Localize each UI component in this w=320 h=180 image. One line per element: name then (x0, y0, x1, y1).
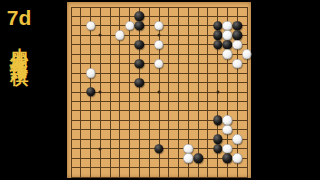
caption-rank: 7d (7, 5, 32, 31)
white-stone (233, 153, 242, 162)
white-stone (223, 50, 232, 59)
star-point (99, 147, 102, 150)
grid-line-horizontal (71, 158, 248, 159)
white-stone (115, 31, 124, 40)
black-stone (213, 144, 222, 153)
black-stone (233, 31, 242, 40)
black-stone (193, 153, 202, 162)
white-stone (86, 21, 95, 30)
white-stone (223, 21, 232, 30)
white-stone (125, 21, 134, 30)
go-board (67, 2, 251, 178)
grid-line-horizontal (71, 177, 248, 178)
white-stone (223, 125, 232, 134)
caption-text: 小朋友指导棋 (7, 33, 31, 57)
black-stone (154, 144, 163, 153)
black-stone (86, 87, 95, 96)
black-stone (213, 21, 222, 30)
grid-line-vertical (198, 7, 199, 178)
star-point (216, 91, 219, 94)
white-stone (233, 135, 242, 144)
black-stone (135, 12, 144, 21)
black-stone (223, 40, 232, 49)
grid-line-vertical (207, 7, 208, 178)
grid-line-horizontal (71, 167, 248, 168)
white-stone (154, 21, 163, 30)
grid-line-vertical (247, 7, 248, 178)
black-stone (213, 40, 222, 49)
white-stone (223, 144, 232, 153)
black-stone (223, 153, 232, 162)
white-stone (233, 59, 242, 68)
black-stone (135, 21, 144, 30)
black-stone (135, 40, 144, 49)
white-stone (242, 50, 251, 59)
white-stone (184, 144, 193, 153)
grid-line-horizontal (71, 110, 248, 111)
black-stone (135, 78, 144, 87)
black-stone (213, 31, 222, 40)
star-point (99, 91, 102, 94)
white-stone (154, 40, 163, 49)
white-stone (223, 31, 232, 40)
star-point (158, 91, 161, 94)
white-stone (86, 68, 95, 77)
black-stone (135, 59, 144, 68)
white-stone (233, 40, 242, 49)
black-stone (213, 135, 222, 144)
black-stone (213, 116, 222, 125)
star-point (158, 34, 161, 37)
caption: 7d 小朋友指导棋 (5, 5, 33, 57)
thumbnail: 7d 小朋友指导棋 (0, 0, 320, 180)
star-point (99, 34, 102, 37)
white-stone (184, 153, 193, 162)
grid-line-vertical (178, 7, 179, 178)
grid-line-horizontal (71, 129, 248, 130)
white-stone (223, 116, 232, 125)
black-stone (233, 21, 242, 30)
grid-line-horizontal (71, 101, 248, 102)
grid-line-vertical (168, 7, 169, 178)
white-stone (154, 59, 163, 68)
